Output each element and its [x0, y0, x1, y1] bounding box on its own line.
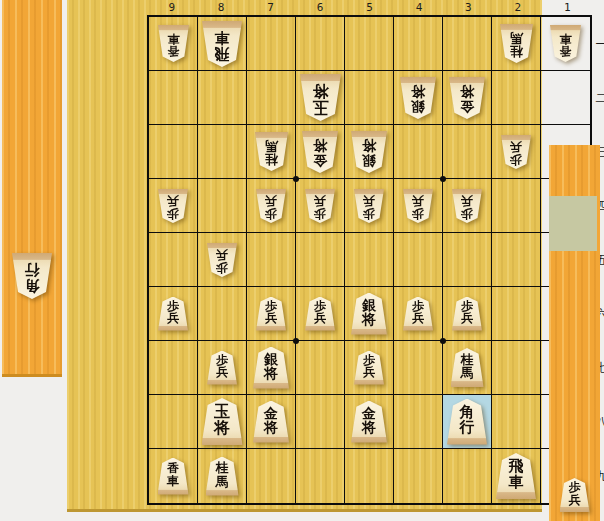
piece-body: 歩兵	[158, 189, 188, 223]
piece-kanji: 角行	[25, 259, 40, 293]
board-cell[interactable]: 金将	[247, 395, 296, 449]
board-cell[interactable]	[492, 233, 541, 287]
board-cell[interactable]: 歩兵	[443, 179, 492, 233]
gote-piece-銀将[interactable]: 銀将	[351, 131, 387, 173]
file-label-1: 1	[543, 0, 592, 15]
board-cell[interactable]: 歩兵	[149, 287, 198, 341]
gote-piece-飛車[interactable]: 飛車	[202, 21, 242, 67]
gote-piece-香車[interactable]: 香車	[158, 25, 189, 62]
piece-kanji: 銀将	[362, 298, 376, 330]
board-cell[interactable]: 歩兵	[394, 287, 443, 341]
piece-body: 桂馬	[206, 457, 239, 496]
piece-kanji: 歩兵	[314, 192, 326, 220]
board-cell[interactable]: 銀将	[345, 125, 394, 179]
piece-body: 玉将	[202, 398, 243, 445]
piece-body: 角行	[447, 399, 487, 445]
board-cell[interactable]: 歩兵	[198, 233, 247, 287]
piece-kanji: 歩兵	[412, 192, 424, 220]
piece-body: 歩兵	[501, 135, 531, 169]
board-cell[interactable]: 銀将	[247, 341, 296, 395]
piece-kanji: 桂馬	[216, 461, 229, 491]
selected-hand-slot[interactable]	[549, 196, 597, 251]
gote-piece-歩兵[interactable]: 歩兵	[305, 189, 335, 223]
sente-piece-歩兵[interactable]: 歩兵	[403, 297, 433, 331]
board-cell[interactable]	[443, 17, 492, 71]
board-cell[interactable]	[247, 71, 296, 125]
gote-piece-桂馬[interactable]: 桂馬	[255, 132, 288, 171]
piece-body: 歩兵	[452, 189, 482, 223]
piece-body: 歩兵	[560, 478, 590, 512]
piece-kanji: 香車	[560, 30, 572, 58]
board-cell[interactable]	[296, 449, 345, 503]
sente-piece-金将[interactable]: 金将	[253, 401, 289, 443]
board-cell[interactable]	[492, 71, 541, 125]
board-cell[interactable]	[541, 71, 590, 125]
piece-kanji: 歩兵	[216, 354, 228, 382]
piece-body: 香車	[550, 25, 581, 62]
piece-body: 歩兵	[207, 243, 237, 277]
gote-piece-金将[interactable]: 金将	[449, 77, 485, 119]
piece-kanji: 桂馬	[265, 137, 278, 167]
sente-piece-歩兵[interactable]: 歩兵	[354, 351, 384, 385]
board-cell[interactable]	[345, 17, 394, 71]
board-cell[interactable]: 歩兵	[149, 179, 198, 233]
piece-kanji: 玉将	[312, 80, 328, 116]
piece-body: 玉将	[300, 74, 341, 121]
board-cell[interactable]	[394, 341, 443, 395]
piece-kanji: 歩兵	[412, 300, 424, 328]
piece-body: 歩兵	[256, 189, 286, 223]
piece-body: 歩兵	[403, 297, 433, 331]
file-labels: 987654321	[147, 0, 592, 15]
piece-body: 桂馬	[255, 132, 288, 171]
board-cell[interactable]: 歩兵	[296, 179, 345, 233]
sente-piece-歩兵[interactable]: 歩兵	[560, 478, 590, 512]
gote-piece-香車[interactable]: 香車	[550, 25, 581, 62]
board-cell[interactable]	[149, 125, 198, 179]
board-cell[interactable]: 歩兵	[394, 179, 443, 233]
piece-kanji: 歩兵	[265, 300, 277, 328]
board-cell[interactable]	[345, 71, 394, 125]
piece-body: 歩兵	[305, 189, 335, 223]
board-cell[interactable]: 歩兵	[296, 287, 345, 341]
piece-body: 金将	[351, 401, 387, 443]
board-cell[interactable]	[492, 395, 541, 449]
piece-kanji: 飛車	[509, 459, 524, 493]
piece-kanji: 銀将	[264, 352, 278, 384]
board-cell[interactable]	[198, 71, 247, 125]
board-cell[interactable]	[394, 17, 443, 71]
gote-piece-銀将[interactable]: 銀将	[400, 77, 436, 119]
sente-piece-桂馬[interactable]: 桂馬	[206, 457, 239, 496]
piece-kanji: 金将	[264, 406, 278, 438]
piece-kanji: 金将	[313, 136, 327, 168]
sente-piece-銀将[interactable]: 銀将	[253, 347, 289, 389]
piece-body: 歩兵	[305, 297, 335, 331]
board-cell[interactable]: 桂馬	[198, 449, 247, 503]
board-cell[interactable]	[443, 125, 492, 179]
board-cell[interactable]: 金将	[296, 125, 345, 179]
board-cell[interactable]	[492, 287, 541, 341]
gote-piece-歩兵[interactable]: 歩兵	[452, 189, 482, 223]
board-panel: 987654321 一二三四五六七八九 香車飛車桂馬香車玉将銀将金将桂馬金将銀将…	[67, 0, 542, 512]
board-cell[interactable]	[198, 287, 247, 341]
piece-kanji: 歩兵	[314, 300, 326, 328]
board-cell[interactable]	[345, 449, 394, 503]
sente-piece-銀将[interactable]: 銀将	[351, 293, 387, 335]
piece-kanji: 歩兵	[216, 246, 228, 274]
piece-body: 桂馬	[500, 24, 533, 63]
sente-piece-歩兵[interactable]: 歩兵	[207, 351, 237, 385]
board-cell[interactable]: 歩兵	[443, 287, 492, 341]
sente-hand[interactable]: 歩兵	[549, 478, 600, 512]
sente-piece-歩兵[interactable]: 歩兵	[452, 297, 482, 331]
piece-kanji: 歩兵	[461, 192, 473, 220]
gote-piece-玉将[interactable]: 玉将	[300, 74, 341, 121]
piece-body: 金将	[302, 131, 338, 173]
sente-piece-桂馬[interactable]: 桂馬	[451, 348, 484, 387]
shogi-board: 香車飛車桂馬香車玉将銀将金将桂馬金将銀将歩兵歩兵歩兵歩兵歩兵歩兵歩兵歩兵歩兵歩兵…	[147, 15, 592, 505]
gote-piece-金将[interactable]: 金将	[302, 131, 338, 173]
piece-kanji: 桂馬	[461, 353, 474, 383]
file-label-2: 2	[493, 0, 542, 15]
piece-kanji: 歩兵	[363, 192, 375, 220]
board-cell[interactable]	[394, 395, 443, 449]
board-cell[interactable]: 香車	[149, 449, 198, 503]
board-cell[interactable]: 桂馬	[492, 17, 541, 71]
gote-piece-歩兵[interactable]: 歩兵	[354, 189, 384, 223]
board-cell[interactable]	[247, 233, 296, 287]
sente-piece-stand: 歩兵	[549, 145, 600, 521]
gote-piece-桂馬[interactable]: 桂馬	[500, 24, 533, 63]
board-cell[interactable]: 歩兵	[345, 341, 394, 395]
board-cell[interactable]: 歩兵	[198, 341, 247, 395]
gote-piece-角行[interactable]: 角行	[12, 253, 52, 299]
board-cell[interactable]: 金将	[443, 71, 492, 125]
board-cell[interactable]: 歩兵	[247, 287, 296, 341]
rank-label-一: 一	[594, 17, 604, 71]
board-cell[interactable]	[394, 233, 443, 287]
piece-body: 銀将	[351, 293, 387, 335]
piece-body: 歩兵	[452, 297, 482, 331]
piece-body: 銀将	[351, 131, 387, 173]
piece-kanji: 歩兵	[569, 481, 581, 509]
piece-kanji: 歩兵	[363, 354, 375, 382]
piece-body: 飛車	[496, 453, 536, 499]
gote-hand[interactable]: 角行	[2, 253, 62, 299]
file-label-6: 6	[295, 0, 344, 15]
board-cell[interactable]	[443, 449, 492, 503]
piece-kanji: 玉将	[214, 404, 230, 440]
piece-body: 金将	[449, 77, 485, 119]
piece-kanji: 角行	[460, 405, 475, 439]
board-cell[interactable]	[394, 449, 443, 503]
piece-kanji: 歩兵	[167, 192, 179, 220]
board-cell[interactable]	[492, 341, 541, 395]
board-cell[interactable]: 桂馬	[443, 341, 492, 395]
board-cell[interactable]: 飛車	[492, 449, 541, 503]
board-cell[interactable]	[247, 17, 296, 71]
piece-body: 飛車	[202, 21, 242, 67]
board-cell[interactable]	[345, 233, 394, 287]
piece-body: 歩兵	[354, 189, 384, 223]
sente-piece-歩兵[interactable]: 歩兵	[305, 297, 335, 331]
board-cell[interactable]	[296, 233, 345, 287]
piece-kanji: 銀将	[362, 136, 376, 168]
board-cell[interactable]: 歩兵	[492, 125, 541, 179]
piece-kanji: 香車	[167, 30, 179, 58]
piece-body: 歩兵	[256, 297, 286, 331]
sente-piece-歩兵[interactable]: 歩兵	[256, 297, 286, 331]
sente-piece-玉将[interactable]: 玉将	[202, 398, 243, 445]
board-cell[interactable]	[296, 341, 345, 395]
board-cell[interactable]	[492, 179, 541, 233]
board-cell[interactable]	[149, 71, 198, 125]
piece-kanji: 歩兵	[167, 300, 179, 328]
board-cell[interactable]	[394, 125, 443, 179]
board-cell[interactable]: 玉将	[198, 395, 247, 449]
board-cell[interactable]	[443, 233, 492, 287]
piece-kanji: 香車	[167, 462, 179, 490]
board-cell[interactable]	[198, 179, 247, 233]
board-cell[interactable]	[296, 395, 345, 449]
piece-body: 銀将	[400, 77, 436, 119]
piece-kanji: 銀将	[411, 82, 425, 114]
board-cell[interactable]: 桂馬	[247, 125, 296, 179]
gote-piece-歩兵[interactable]: 歩兵	[256, 189, 286, 223]
board-cell[interactable]	[149, 341, 198, 395]
piece-kanji: 歩兵	[510, 138, 522, 166]
piece-body: 桂馬	[451, 348, 484, 387]
piece-body: 香車	[158, 458, 189, 495]
sente-piece-香車[interactable]: 香車	[158, 458, 189, 495]
board-cell[interactable]: 銀将	[345, 287, 394, 341]
piece-body: 歩兵	[403, 189, 433, 223]
piece-body: 金将	[253, 401, 289, 443]
gote-piece-歩兵[interactable]: 歩兵	[158, 189, 188, 223]
piece-kanji: 歩兵	[265, 192, 277, 220]
board-cell[interactable]: 玉将	[296, 71, 345, 125]
piece-body: 歩兵	[354, 351, 384, 385]
board-cell[interactable]: 歩兵	[345, 179, 394, 233]
piece-body: 角行	[12, 253, 52, 299]
board-cell[interactable]: 金将	[345, 395, 394, 449]
piece-kanji: 桂馬	[510, 29, 523, 59]
gote-piece-歩兵[interactable]: 歩兵	[207, 243, 237, 277]
rank-label-二: 二	[594, 71, 604, 125]
piece-body: 歩兵	[207, 351, 237, 385]
board-cell[interactable]: 角行	[443, 395, 492, 449]
piece-kanji: 金将	[460, 82, 474, 114]
sente-piece-歩兵[interactable]: 歩兵	[158, 297, 188, 331]
sente-piece-角行[interactable]: 角行	[447, 399, 487, 445]
file-label-4: 4	[394, 0, 443, 15]
gote-piece-歩兵[interactable]: 歩兵	[403, 189, 433, 223]
board-cell[interactable]	[247, 449, 296, 503]
gote-piece-歩兵[interactable]: 歩兵	[501, 135, 531, 169]
piece-body: 香車	[158, 25, 189, 62]
piece-body: 歩兵	[158, 297, 188, 331]
shogi-app: 角行 987654321 一二三四五六七八九 香車飛車桂馬香車玉将銀将金将桂馬金…	[0, 0, 604, 521]
board-cell[interactable]	[296, 17, 345, 71]
board-cell[interactable]	[149, 395, 198, 449]
board-cell[interactable]	[149, 233, 198, 287]
piece-kanji: 飛車	[215, 27, 230, 61]
file-label-8: 8	[196, 0, 245, 15]
board-cell[interactable]: 香車	[149, 17, 198, 71]
gote-piece-stand: 角行	[2, 0, 62, 377]
file-label-9: 9	[147, 0, 196, 15]
file-label-3: 3	[444, 0, 493, 15]
piece-kanji: 金将	[362, 406, 376, 438]
board-cell[interactable]: 飛車	[198, 17, 247, 71]
piece-kanji: 歩兵	[461, 300, 473, 328]
board-cell[interactable]: 銀将	[394, 71, 443, 125]
board-cell[interactable]	[198, 125, 247, 179]
board-cell[interactable]: 歩兵	[247, 179, 296, 233]
file-label-5: 5	[345, 0, 394, 15]
sente-piece-飛車[interactable]: 飛車	[496, 453, 536, 499]
board-cell[interactable]: 香車	[541, 17, 590, 71]
file-label-7: 7	[246, 0, 295, 15]
piece-body: 銀将	[253, 347, 289, 389]
sente-piece-金将[interactable]: 金将	[351, 401, 387, 443]
